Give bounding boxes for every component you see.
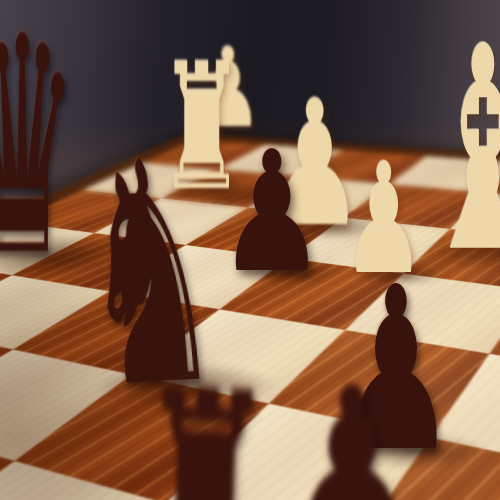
piece-black-queen-b6[interactable]: ♛ [0, 0, 78, 298]
piece-black-pawn-e5[interactable]: ♟ [218, 129, 326, 296]
scene: ♛♟♜♟♝♟♟♞♟♟♜ [0, 0, 500, 500]
piece-black-pawn-e2[interactable]: ♟ [285, 359, 420, 500]
piece-black-rook-c2[interactable]: ♜ [129, 354, 281, 500]
